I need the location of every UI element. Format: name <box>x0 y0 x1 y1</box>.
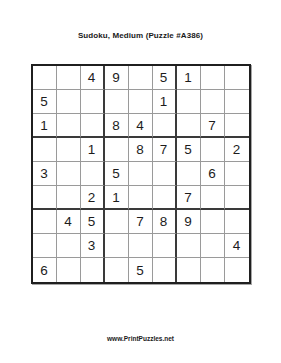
cell-r8c8[interactable] <box>201 234 225 258</box>
cell-r8c1[interactable] <box>33 234 57 258</box>
cell-r7c3[interactable]: 5 <box>81 210 105 234</box>
cell-r8c5[interactable] <box>129 234 153 258</box>
cell-r1c8[interactable] <box>201 66 225 90</box>
cell-r6c7[interactable]: 7 <box>177 186 201 210</box>
cell-r6c5[interactable] <box>129 186 153 210</box>
cell-r4c6[interactable]: 7 <box>153 138 177 162</box>
cell-r4c3[interactable]: 1 <box>81 138 105 162</box>
cell-r9c8[interactable] <box>201 258 225 282</box>
cell-r6c9[interactable] <box>225 186 249 210</box>
cell-r3c8[interactable]: 7 <box>201 114 225 138</box>
cell-r5c7[interactable] <box>177 162 201 186</box>
cell-r3c5[interactable]: 4 <box>129 114 153 138</box>
cell-r2c4[interactable] <box>105 90 129 114</box>
cell-r9c1[interactable]: 6 <box>33 258 57 282</box>
cell-r4c9[interactable]: 2 <box>225 138 249 162</box>
cell-r4c8[interactable] <box>201 138 225 162</box>
cell-r6c2[interactable] <box>57 186 81 210</box>
cell-r5c8[interactable]: 6 <box>201 162 225 186</box>
cell-r8c6[interactable] <box>153 234 177 258</box>
cell-r3c6[interactable] <box>153 114 177 138</box>
cell-r3c7[interactable] <box>177 114 201 138</box>
cell-r5c6[interactable] <box>153 162 177 186</box>
cell-r8c4[interactable] <box>105 234 129 258</box>
cell-r5c2[interactable] <box>57 162 81 186</box>
cell-r8c2[interactable] <box>57 234 81 258</box>
cell-r1c2[interactable] <box>57 66 81 90</box>
cell-r7c4[interactable] <box>105 210 129 234</box>
cell-r7c8[interactable] <box>201 210 225 234</box>
cell-r2c1[interactable]: 5 <box>33 90 57 114</box>
cell-r5c3[interactable] <box>81 162 105 186</box>
cell-r8c3[interactable]: 3 <box>81 234 105 258</box>
cell-r7c2[interactable]: 4 <box>57 210 81 234</box>
cell-r6c1[interactable] <box>33 186 57 210</box>
cell-r3c3[interactable] <box>81 114 105 138</box>
cell-r6c6[interactable] <box>153 186 177 210</box>
cell-r4c1[interactable] <box>33 138 57 162</box>
cell-r9c2[interactable] <box>57 258 81 282</box>
cell-r9c6[interactable] <box>153 258 177 282</box>
puzzle-page: Sudoku, Medium (Puzzle #A386) 4951511847… <box>0 0 281 363</box>
cell-r2c9[interactable] <box>225 90 249 114</box>
cell-r1c1[interactable] <box>33 66 57 90</box>
cell-r2c7[interactable] <box>177 90 201 114</box>
cell-r2c3[interactable] <box>81 90 105 114</box>
cell-r1c7[interactable]: 1 <box>177 66 201 90</box>
puzzle-title: Sudoku, Medium (Puzzle #A386) <box>0 31 281 40</box>
cell-r1c3[interactable]: 4 <box>81 66 105 90</box>
cell-r4c4[interactable] <box>105 138 129 162</box>
cell-r3c4[interactable]: 8 <box>105 114 129 138</box>
footer-site-label: www.PrintPuzzles.net <box>0 335 281 342</box>
cell-r7c1[interactable] <box>33 210 57 234</box>
cell-r9c3[interactable] <box>81 258 105 282</box>
cell-r5c9[interactable] <box>225 162 249 186</box>
cell-r1c9[interactable] <box>225 66 249 90</box>
cell-r9c4[interactable] <box>105 258 129 282</box>
cell-r6c4[interactable]: 1 <box>105 186 129 210</box>
cell-r3c9[interactable] <box>225 114 249 138</box>
cell-r5c5[interactable] <box>129 162 153 186</box>
cell-r2c8[interactable] <box>201 90 225 114</box>
cell-r5c1[interactable]: 3 <box>33 162 57 186</box>
sudoku-board: 495151184718752356217457893465 <box>31 64 251 284</box>
cell-r6c8[interactable] <box>201 186 225 210</box>
cell-r9c7[interactable] <box>177 258 201 282</box>
cell-r4c5[interactable]: 8 <box>129 138 153 162</box>
cell-r2c5[interactable] <box>129 90 153 114</box>
cell-r7c5[interactable]: 7 <box>129 210 153 234</box>
cell-r2c2[interactable] <box>57 90 81 114</box>
cell-r4c2[interactable] <box>57 138 81 162</box>
cell-r7c6[interactable]: 8 <box>153 210 177 234</box>
cell-r1c5[interactable] <box>129 66 153 90</box>
cell-r3c1[interactable]: 1 <box>33 114 57 138</box>
cell-r4c7[interactable]: 5 <box>177 138 201 162</box>
cell-r7c7[interactable]: 9 <box>177 210 201 234</box>
cell-r8c9[interactable]: 4 <box>225 234 249 258</box>
cell-r7c9[interactable] <box>225 210 249 234</box>
cell-r1c4[interactable]: 9 <box>105 66 129 90</box>
cell-r9c9[interactable] <box>225 258 249 282</box>
cell-r8c7[interactable] <box>177 234 201 258</box>
cell-r1c6[interactable]: 5 <box>153 66 177 90</box>
cell-r5c4[interactable]: 5 <box>105 162 129 186</box>
cell-r2c6[interactable]: 1 <box>153 90 177 114</box>
cell-r3c2[interactable] <box>57 114 81 138</box>
cell-r6c3[interactable]: 2 <box>81 186 105 210</box>
cell-r9c5[interactable]: 5 <box>129 258 153 282</box>
